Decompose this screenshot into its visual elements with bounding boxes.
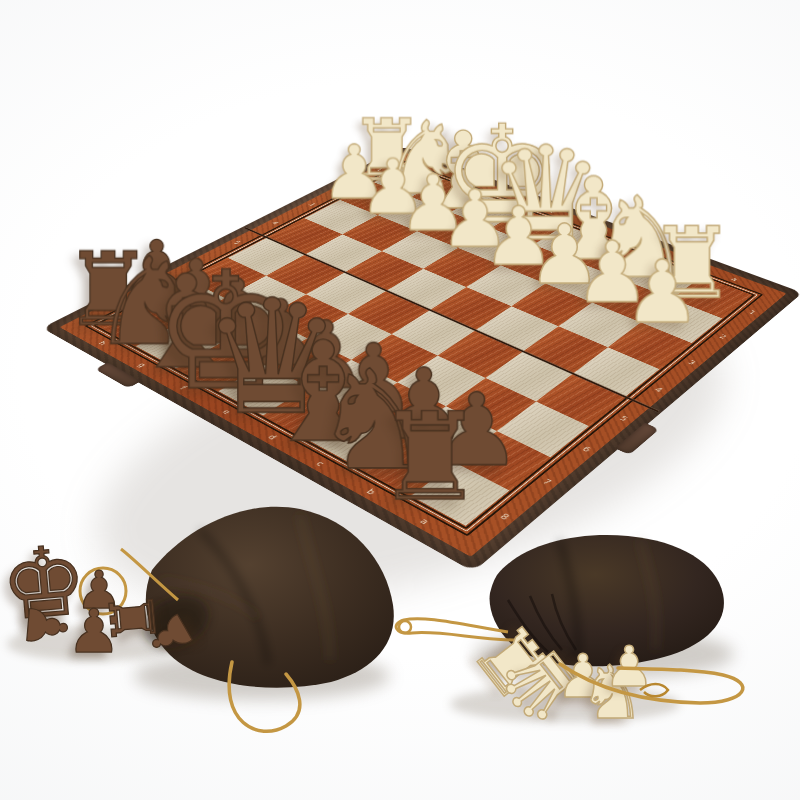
black-rook[interactable]: ♜ xyxy=(319,396,542,517)
white-pawn-standing[interactable]: ♟ xyxy=(604,639,654,695)
left-cord-hanging-loop xyxy=(229,662,300,731)
piece-glyph: ♜ xyxy=(376,386,485,527)
white-pawn[interactable]: ♟ xyxy=(569,249,754,335)
product-photo-scene: hhggffeeddccbbaa1122334455667788 ♜♞♝♚♛♝♞… xyxy=(0,0,800,800)
piece-glyph: ♟ xyxy=(623,242,701,343)
right-cord-knot xyxy=(399,621,411,633)
